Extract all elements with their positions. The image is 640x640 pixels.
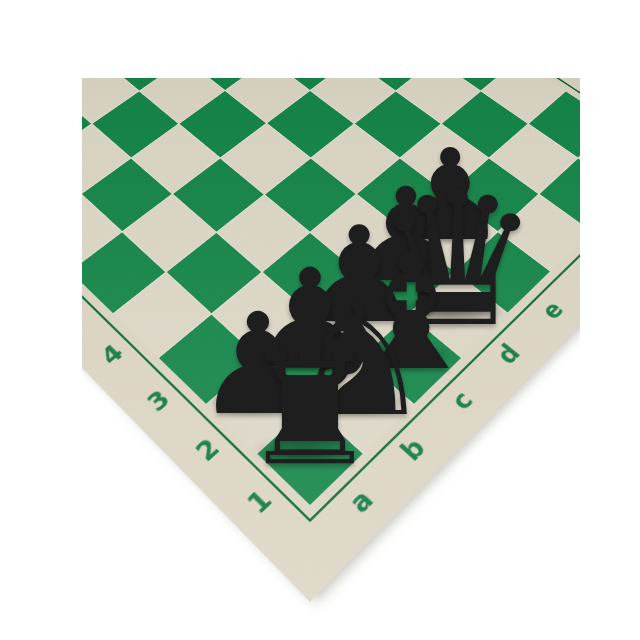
product-photo: abcdefgh12345678 ♜♞♝♛♟♟♟♟♟ bbox=[0, 0, 640, 640]
photo-crop-region: abcdefgh12345678 ♜♞♝♛♟♟♟♟♟ bbox=[82, 78, 580, 640]
black-rook-a1[interactable]: ♜ bbox=[240, 331, 380, 487]
